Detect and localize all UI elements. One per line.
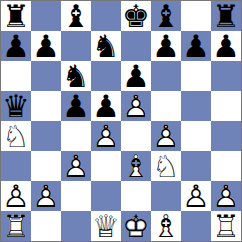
- piece-white-knight[interactable]: ♞♘: [1, 121, 31, 151]
- piece-glyph-outline: ♖: [2, 211, 30, 241]
- square-a1[interactable]: ♜♖: [1, 211, 31, 241]
- piece-white-pawn[interactable]: ♟♙: [31, 181, 61, 211]
- piece-black-pawn[interactable]: ♟: [31, 31, 61, 61]
- square-c8[interactable]: ♝: [61, 1, 91, 31]
- piece-glyph-fill: ♞: [62, 61, 90, 91]
- piece-black-bishop[interactable]: ♝: [61, 1, 91, 31]
- square-e4[interactable]: [121, 121, 151, 151]
- square-g7[interactable]: ♟: [181, 31, 211, 61]
- square-a2[interactable]: ♟♙: [1, 181, 31, 211]
- piece-glyph-fill: ♞: [92, 31, 120, 61]
- piece-glyph-fill: ♟: [62, 91, 90, 121]
- piece-glyph-outline: ♘: [152, 151, 180, 181]
- piece-glyph-outline: ♙: [92, 121, 120, 151]
- square-a3[interactable]: [1, 151, 31, 181]
- square-d6[interactable]: [91, 61, 121, 91]
- square-e7[interactable]: [121, 31, 151, 61]
- piece-black-pawn[interactable]: ♟: [91, 91, 121, 121]
- square-f7[interactable]: ♟: [151, 31, 181, 61]
- piece-white-pawn[interactable]: ♟♙: [91, 121, 121, 151]
- square-c3[interactable]: ♟♙: [61, 151, 91, 181]
- square-f3[interactable]: ♞♘: [151, 151, 181, 181]
- piece-black-knight[interactable]: ♞: [61, 61, 91, 91]
- piece-glyph-outline: ♙: [2, 181, 30, 211]
- piece-glyph-outline: ♗: [152, 211, 180, 241]
- piece-white-pawn[interactable]: ♟♙: [151, 121, 181, 151]
- piece-white-bishop[interactable]: ♝♗: [121, 151, 151, 181]
- square-f4[interactable]: ♟♙: [151, 121, 181, 151]
- square-h1[interactable]: ♜♖: [211, 211, 241, 241]
- square-b8[interactable]: [31, 1, 61, 31]
- piece-glyph-fill: ♚: [122, 1, 150, 31]
- piece-black-pawn[interactable]: ♟: [151, 31, 181, 61]
- piece-glyph-outline: ♙: [212, 181, 240, 211]
- square-d4[interactable]: ♟♙: [91, 121, 121, 151]
- chess-board: ♜♝♚♝♜♟♟♞♟♟♟♞♟♛♟♟♟♙♞♘♟♙♟♙♟♙♝♗♞♘♟♙♟♙♟♙♟♙♜♖…: [0, 0, 242, 242]
- square-d1[interactable]: ♛♕: [91, 211, 121, 241]
- square-d7[interactable]: ♞: [91, 31, 121, 61]
- square-d2[interactable]: [91, 181, 121, 211]
- square-a8[interactable]: ♜: [1, 1, 31, 31]
- piece-glyph-fill: ♟: [182, 31, 210, 61]
- piece-black-bishop[interactable]: ♝: [151, 1, 181, 31]
- square-h2[interactable]: ♟♙: [211, 181, 241, 211]
- piece-glyph-outline: ♔: [122, 211, 150, 241]
- square-e5[interactable]: ♟♙: [121, 91, 151, 121]
- piece-glyph-outline: ♕: [92, 211, 120, 241]
- square-g8[interactable]: [181, 1, 211, 31]
- square-g5[interactable]: [181, 91, 211, 121]
- piece-white-king[interactable]: ♚♔: [121, 211, 151, 241]
- square-b5[interactable]: [31, 91, 61, 121]
- square-f6[interactable]: [151, 61, 181, 91]
- piece-white-rook[interactable]: ♜♖: [211, 211, 241, 241]
- piece-glyph-fill: ♜: [2, 1, 30, 31]
- square-e3[interactable]: ♝♗: [121, 151, 151, 181]
- square-d8[interactable]: [91, 1, 121, 31]
- square-g6[interactable]: [181, 61, 211, 91]
- square-b3[interactable]: [31, 151, 61, 181]
- piece-white-pawn[interactable]: ♟♙: [1, 181, 31, 211]
- square-d3[interactable]: [91, 151, 121, 181]
- piece-glyph-outline: ♙: [32, 181, 60, 211]
- square-b6[interactable]: [31, 61, 61, 91]
- piece-glyph-outline: ♗: [122, 151, 150, 181]
- piece-black-queen[interactable]: ♛: [1, 91, 31, 121]
- square-f8[interactable]: ♝: [151, 1, 181, 31]
- square-g3[interactable]: [181, 151, 211, 181]
- piece-white-pawn[interactable]: ♟♙: [211, 181, 241, 211]
- square-h6[interactable]: [211, 61, 241, 91]
- square-h8[interactable]: ♜: [211, 1, 241, 31]
- piece-black-rook[interactable]: ♜: [1, 1, 31, 31]
- square-d5[interactable]: ♟: [91, 91, 121, 121]
- square-b4[interactable]: [31, 121, 61, 151]
- square-h4[interactable]: [211, 121, 241, 151]
- square-c2[interactable]: [61, 181, 91, 211]
- piece-glyph-fill: ♝: [62, 1, 90, 31]
- piece-glyph-fill: ♟: [2, 31, 30, 61]
- square-a6[interactable]: [1, 61, 31, 91]
- square-b1[interactable]: [31, 211, 61, 241]
- piece-glyph-outline: ♖: [212, 211, 240, 241]
- piece-white-bishop[interactable]: ♝♗: [151, 211, 181, 241]
- square-c7[interactable]: [61, 31, 91, 61]
- square-e6[interactable]: ♟: [121, 61, 151, 91]
- piece-glyph-outline: ♙: [62, 151, 90, 181]
- piece-glyph-fill: ♛: [2, 91, 30, 121]
- piece-black-rook[interactable]: ♜: [211, 1, 241, 31]
- piece-glyph-fill: ♜: [212, 1, 240, 31]
- piece-white-pawn[interactable]: ♟♙: [121, 91, 151, 121]
- piece-glyph-outline: ♘: [2, 121, 30, 151]
- piece-black-knight[interactable]: ♞: [91, 31, 121, 61]
- piece-glyph-outline: ♙: [122, 91, 150, 121]
- piece-white-pawn[interactable]: ♟♙: [181, 181, 211, 211]
- square-e8[interactable]: ♚: [121, 1, 151, 31]
- square-g2[interactable]: ♟♙: [181, 181, 211, 211]
- square-f2[interactable]: [151, 181, 181, 211]
- piece-glyph-fill: ♟: [32, 31, 60, 61]
- piece-white-queen[interactable]: ♛♕: [91, 211, 121, 241]
- square-a5[interactable]: ♛: [1, 91, 31, 121]
- piece-white-rook[interactable]: ♜♖: [1, 211, 31, 241]
- piece-glyph-outline: ♙: [182, 181, 210, 211]
- square-f1[interactable]: ♝♗: [151, 211, 181, 241]
- piece-white-knight[interactable]: ♞♘: [151, 151, 181, 181]
- piece-black-pawn[interactable]: ♟: [61, 91, 91, 121]
- piece-black-king[interactable]: ♚: [121, 1, 151, 31]
- square-g4[interactable]: [181, 121, 211, 151]
- piece-glyph-fill: ♝: [152, 1, 180, 31]
- square-c6[interactable]: ♞: [61, 61, 91, 91]
- square-h3[interactable]: [211, 151, 241, 181]
- square-e1[interactable]: ♚♔: [121, 211, 151, 241]
- square-c1[interactable]: [61, 211, 91, 241]
- piece-glyph-outline: ♙: [152, 121, 180, 151]
- square-b2[interactable]: ♟♙: [31, 181, 61, 211]
- square-h7[interactable]: ♟: [211, 31, 241, 61]
- piece-black-pawn[interactable]: ♟: [211, 31, 241, 61]
- square-h5[interactable]: [211, 91, 241, 121]
- piece-black-pawn[interactable]: ♟: [121, 61, 151, 91]
- square-g1[interactable]: [181, 211, 211, 241]
- piece-glyph-fill: ♟: [152, 31, 180, 61]
- square-c4[interactable]: [61, 121, 91, 151]
- piece-white-pawn[interactable]: ♟♙: [61, 151, 91, 181]
- piece-glyph-fill: ♟: [212, 31, 240, 61]
- square-f5[interactable]: [151, 91, 181, 121]
- piece-glyph-fill: ♟: [122, 61, 150, 91]
- square-c5[interactable]: ♟: [61, 91, 91, 121]
- square-a4[interactable]: ♞♘: [1, 121, 31, 151]
- square-b7[interactable]: ♟: [31, 31, 61, 61]
- square-a7[interactable]: ♟: [1, 31, 31, 61]
- square-e2[interactable]: [121, 181, 151, 211]
- piece-black-pawn[interactable]: ♟: [1, 31, 31, 61]
- piece-black-pawn[interactable]: ♟: [181, 31, 211, 61]
- piece-glyph-fill: ♟: [92, 91, 120, 121]
